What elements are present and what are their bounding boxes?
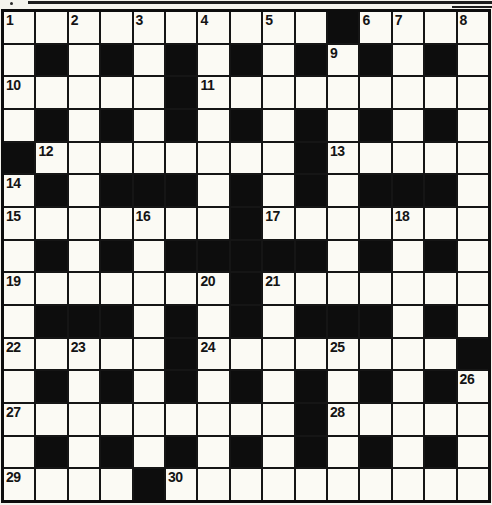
black-cell-r7c1 (36, 241, 66, 272)
black-cell-r7c11 (360, 241, 390, 272)
scan-artifact (10, 2, 13, 5)
cell-r14c0[interactable]: 29 (4, 469, 34, 500)
cell-r13c2[interactable] (69, 437, 99, 468)
cell-r11c2[interactable] (69, 371, 99, 402)
cell-r10c13[interactable] (425, 339, 455, 370)
cell-r6c14[interactable] (458, 208, 488, 239)
black-cell-r9c2 (69, 306, 99, 337)
cell-r1c4[interactable] (134, 45, 164, 76)
cell-r0c11[interactable]: 6 (360, 12, 390, 43)
cell-r2c7[interactable] (231, 77, 261, 108)
black-cell-r3c13 (425, 110, 455, 141)
black-cell-r13c11 (360, 437, 390, 468)
cell-r2c13[interactable] (425, 77, 455, 108)
cell-r7c2[interactable] (69, 241, 99, 272)
cell-r2c4[interactable] (134, 77, 164, 108)
cell-r12c11[interactable] (360, 404, 390, 435)
cell-r10c7[interactable] (231, 339, 261, 370)
clue-number-30: 30 (168, 469, 183, 485)
cell-r8c2[interactable] (69, 273, 99, 304)
cell-r7c0[interactable] (4, 241, 34, 272)
black-cell-r7c5 (166, 241, 196, 272)
black-cell-r11c5 (166, 371, 196, 402)
cell-r2c14[interactable] (458, 77, 488, 108)
cell-r1c10[interactable]: 9 (328, 45, 358, 76)
cell-r1c8[interactable] (263, 45, 293, 76)
cell-r12c8[interactable] (263, 404, 293, 435)
black-cell-r1c3 (101, 45, 131, 76)
black-cell-r7c6 (198, 241, 228, 272)
cell-r0c1[interactable] (36, 12, 66, 43)
cell-r4c4[interactable] (134, 143, 164, 174)
scan-rule-line-fragment (452, 6, 492, 8)
clue-number-13: 13 (330, 143, 345, 159)
black-cell-r13c3 (101, 437, 131, 468)
black-cell-r14c4 (134, 469, 164, 500)
black-cell-r13c9 (296, 437, 326, 468)
cell-r12c3[interactable] (101, 404, 131, 435)
cell-r8c0[interactable]: 19 (4, 273, 34, 304)
cell-r4c7[interactable] (231, 143, 261, 174)
cell-r3c4[interactable] (134, 110, 164, 141)
cell-r10c4[interactable] (134, 339, 164, 370)
cell-r2c12[interactable] (393, 77, 423, 108)
black-cell-r12c9 (296, 404, 326, 435)
clue-number-11: 11 (200, 77, 214, 93)
cell-r12c7[interactable] (231, 404, 261, 435)
clue-number-20: 20 (200, 273, 215, 289)
cell-r14c6[interactable] (198, 469, 228, 500)
cell-r12c2[interactable] (69, 404, 99, 435)
black-cell-r13c7 (231, 437, 261, 468)
cell-r5c2[interactable] (69, 175, 99, 206)
cell-r4c10[interactable]: 13 (328, 143, 358, 174)
cell-r6c1[interactable] (36, 208, 66, 239)
cell-r4c11[interactable] (360, 143, 390, 174)
cell-r8c14[interactable] (458, 273, 488, 304)
cell-r6c8[interactable]: 17 (263, 208, 293, 239)
black-cell-r1c11 (360, 45, 390, 76)
cell-r0c12[interactable]: 7 (393, 12, 423, 43)
cell-r6c12[interactable]: 18 (393, 208, 423, 239)
cell-r13c10[interactable] (328, 437, 358, 468)
cell-r3c6[interactable] (198, 110, 228, 141)
cell-r9c6[interactable] (198, 306, 228, 337)
black-cell-r3c11 (360, 110, 390, 141)
cell-r8c13[interactable] (425, 273, 455, 304)
cell-r3c0[interactable] (4, 110, 34, 141)
clue-number-24: 24 (200, 339, 215, 355)
cell-r10c12[interactable] (393, 339, 423, 370)
scan-rule-line-top (28, 1, 492, 4)
cell-r12c14[interactable] (458, 404, 488, 435)
cell-r3c12[interactable] (393, 110, 423, 141)
black-cell-r3c5 (166, 110, 196, 141)
clue-number-8: 8 (460, 12, 467, 28)
black-cell-r9c11 (360, 306, 390, 337)
black-cell-r11c13 (425, 371, 455, 402)
black-cell-r13c5 (166, 437, 196, 468)
cell-r8c4[interactable] (134, 273, 164, 304)
clue-number-4: 4 (200, 12, 207, 28)
clue-number-1: 1 (6, 12, 13, 28)
cell-r13c12[interactable] (393, 437, 423, 468)
cell-r14c9[interactable] (296, 469, 326, 500)
cell-r3c8[interactable] (263, 110, 293, 141)
cell-r12c4[interactable] (134, 404, 164, 435)
cell-r5c6[interactable] (198, 175, 228, 206)
black-cell-r2c5 (166, 77, 196, 108)
clue-number-17: 17 (265, 208, 280, 224)
black-cell-r11c1 (36, 371, 66, 402)
black-cell-r7c7 (231, 241, 261, 272)
cell-r14c8[interactable] (263, 469, 293, 500)
cell-r12c13[interactable] (425, 404, 455, 435)
cell-r8c8[interactable]: 21 (263, 273, 293, 304)
black-cell-r5c4 (134, 175, 164, 206)
clue-number-5: 5 (265, 12, 272, 28)
black-cell-r9c13 (425, 306, 455, 337)
cell-r5c10[interactable] (328, 175, 358, 206)
cell-r14c13[interactable] (425, 469, 455, 500)
black-cell-r7c3 (101, 241, 131, 272)
cell-r6c11[interactable] (360, 208, 390, 239)
black-cell-r9c7 (231, 306, 261, 337)
cell-r11c10[interactable] (328, 371, 358, 402)
cell-r12c6[interactable] (198, 404, 228, 435)
cell-r10c0[interactable]: 22 (4, 339, 34, 370)
clue-number-27: 27 (6, 404, 21, 420)
black-cell-r9c1 (36, 306, 66, 337)
cell-r5c14[interactable] (458, 175, 488, 206)
clue-number-15: 15 (6, 208, 21, 224)
cell-r13c0[interactable] (4, 437, 34, 468)
clue-number-14: 14 (6, 175, 21, 191)
cell-r4c6[interactable] (198, 143, 228, 174)
cell-r4c2[interactable] (69, 143, 99, 174)
clue-number-12: 12 (38, 143, 53, 159)
cell-r14c14[interactable] (458, 469, 488, 500)
clue-number-18: 18 (395, 208, 410, 224)
cell-r0c14[interactable]: 8 (458, 12, 488, 43)
clue-number-2: 2 (71, 12, 78, 28)
black-cell-r5c9 (296, 175, 326, 206)
cell-r8c9[interactable] (296, 273, 326, 304)
cell-r14c2[interactable] (69, 469, 99, 500)
black-cell-r11c7 (231, 371, 261, 402)
black-cell-r5c5 (166, 175, 196, 206)
cell-r11c6[interactable] (198, 371, 228, 402)
clue-number-22: 22 (6, 339, 21, 355)
black-cell-r0c10 (328, 12, 358, 43)
cell-r10c1[interactable] (36, 339, 66, 370)
cell-r0c7[interactable] (231, 12, 261, 43)
black-cell-r3c1 (36, 110, 66, 141)
cell-r7c12[interactable] (393, 241, 423, 272)
black-cell-r9c10 (328, 306, 358, 337)
black-cell-r5c11 (360, 175, 390, 206)
cell-r10c10[interactable]: 25 (328, 339, 358, 370)
cell-r14c3[interactable] (101, 469, 131, 500)
cell-r4c13[interactable] (425, 143, 455, 174)
cell-r6c13[interactable] (425, 208, 455, 239)
black-cell-r13c13 (425, 437, 455, 468)
black-cell-r10c5 (166, 339, 196, 370)
cell-r14c7[interactable] (231, 469, 261, 500)
crossword-board: 1234567891011121314151617181920212223242… (1, 9, 491, 503)
clue-number-10: 10 (6, 77, 21, 93)
cell-r13c4[interactable] (134, 437, 164, 468)
cell-r12c12[interactable] (393, 404, 423, 435)
cell-r8c3[interactable] (101, 273, 131, 304)
cell-r0c9[interactable] (296, 12, 326, 43)
cell-r11c14[interactable]: 26 (458, 371, 488, 402)
cell-r6c10[interactable] (328, 208, 358, 239)
black-cell-r13c1 (36, 437, 66, 468)
cell-r2c0[interactable]: 10 (4, 77, 34, 108)
black-cell-r3c9 (296, 110, 326, 141)
cell-r5c0[interactable]: 14 (4, 175, 34, 206)
black-cell-r5c13 (425, 175, 455, 206)
clue-number-7: 7 (395, 12, 402, 28)
clue-number-28: 28 (330, 404, 345, 420)
cell-r6c2[interactable] (69, 208, 99, 239)
black-cell-r1c7 (231, 45, 261, 76)
cell-r9c4[interactable] (134, 306, 164, 337)
cell-r14c1[interactable] (36, 469, 66, 500)
clue-number-9: 9 (330, 45, 337, 61)
cell-r9c8[interactable] (263, 306, 293, 337)
cell-r6c9[interactable] (296, 208, 326, 239)
black-cell-r11c11 (360, 371, 390, 402)
cell-r3c10[interactable] (328, 110, 358, 141)
clue-number-26: 26 (460, 371, 475, 387)
black-cell-r5c12 (393, 175, 423, 206)
cell-r1c2[interactable] (69, 45, 99, 76)
cell-r1c6[interactable] (198, 45, 228, 76)
black-cell-r11c9 (296, 371, 326, 402)
cell-r10c8[interactable] (263, 339, 293, 370)
cell-r0c6[interactable]: 4 (198, 12, 228, 43)
cell-r6c3[interactable] (101, 208, 131, 239)
black-cell-r5c1 (36, 175, 66, 206)
cell-r2c2[interactable] (69, 77, 99, 108)
cell-r0c0[interactable]: 1 (4, 12, 34, 43)
cell-r0c3[interactable] (101, 12, 131, 43)
clue-number-21: 21 (265, 273, 280, 289)
black-cell-r1c5 (166, 45, 196, 76)
cell-r0c4[interactable]: 3 (134, 12, 164, 43)
cell-r7c10[interactable] (328, 241, 358, 272)
cell-r11c4[interactable] (134, 371, 164, 402)
cell-r0c8[interactable]: 5 (263, 12, 293, 43)
cell-r11c8[interactable] (263, 371, 293, 402)
black-cell-r10c14 (458, 339, 488, 370)
clue-number-25: 25 (330, 339, 345, 355)
cell-r13c14[interactable] (458, 437, 488, 468)
cell-r4c1[interactable]: 12 (36, 143, 66, 174)
cell-r4c12[interactable] (393, 143, 423, 174)
cell-r8c5[interactable] (166, 273, 196, 304)
cell-r4c8[interactable] (263, 143, 293, 174)
black-cell-r7c9 (296, 241, 326, 272)
black-cell-r1c13 (425, 45, 455, 76)
cell-r8c12[interactable] (393, 273, 423, 304)
cell-r6c0[interactable]: 15 (4, 208, 34, 239)
black-cell-r7c13 (425, 241, 455, 272)
cell-r2c6[interactable]: 11 (198, 77, 228, 108)
black-cell-r1c9 (296, 45, 326, 76)
clue-number-23: 23 (71, 339, 86, 355)
cell-r3c2[interactable] (69, 110, 99, 141)
black-cell-r1c1 (36, 45, 66, 76)
cell-r10c11[interactable] (360, 339, 390, 370)
cell-r8c11[interactable] (360, 273, 390, 304)
cell-r12c1[interactable] (36, 404, 66, 435)
clue-number-19: 19 (6, 273, 21, 289)
cell-r6c5[interactable] (166, 208, 196, 239)
cell-r4c5[interactable] (166, 143, 196, 174)
black-cell-r3c3 (101, 110, 131, 141)
black-cell-r3c7 (231, 110, 261, 141)
cell-r2c10[interactable] (328, 77, 358, 108)
clue-number-3: 3 (136, 12, 143, 28)
cell-r10c6[interactable]: 24 (198, 339, 228, 370)
cell-r14c10[interactable] (328, 469, 358, 500)
cell-r7c14[interactable] (458, 241, 488, 272)
cell-r0c2[interactable]: 2 (69, 12, 99, 43)
cell-r8c10[interactable] (328, 273, 358, 304)
black-cell-r9c9 (296, 306, 326, 337)
cell-r12c0[interactable]: 27 (4, 404, 34, 435)
cell-r14c12[interactable] (393, 469, 423, 500)
cell-r4c14[interactable] (458, 143, 488, 174)
cell-r8c6[interactable]: 20 (198, 273, 228, 304)
cell-r3c14[interactable] (458, 110, 488, 141)
cell-r10c2[interactable]: 23 (69, 339, 99, 370)
cell-r13c8[interactable] (263, 437, 293, 468)
cell-r6c4[interactable]: 16 (134, 208, 164, 239)
cell-r8c1[interactable] (36, 273, 66, 304)
cell-r13c6[interactable] (198, 437, 228, 468)
cell-r11c0[interactable] (4, 371, 34, 402)
black-cell-r6c7 (231, 208, 261, 239)
cell-r10c3[interactable] (101, 339, 131, 370)
black-cell-r9c5 (166, 306, 196, 337)
black-cell-r9c3 (101, 306, 131, 337)
cell-r2c11[interactable] (360, 77, 390, 108)
cell-r1c0[interactable] (4, 45, 34, 76)
cell-r4c3[interactable] (101, 143, 131, 174)
cell-r9c12[interactable] (393, 306, 423, 337)
cell-r9c0[interactable] (4, 306, 34, 337)
cell-r14c5[interactable]: 30 (166, 469, 196, 500)
cell-r6c6[interactable] (198, 208, 228, 239)
cell-r12c5[interactable] (166, 404, 196, 435)
cell-r1c12[interactable] (393, 45, 423, 76)
clue-number-29: 29 (6, 469, 21, 485)
cell-r0c5[interactable] (166, 12, 196, 43)
clue-number-16: 16 (136, 208, 151, 224)
black-cell-r4c0 (4, 143, 34, 174)
cell-r14c11[interactable] (360, 469, 390, 500)
cell-r7c4[interactable] (134, 241, 164, 272)
clue-number-6: 6 (362, 12, 369, 28)
black-cell-r5c3 (101, 175, 131, 206)
black-cell-r7c8 (263, 241, 293, 272)
black-cell-r8c7 (231, 273, 261, 304)
cell-r12c10[interactable]: 28 (328, 404, 358, 435)
cell-r2c1[interactable] (36, 77, 66, 108)
cell-r2c9[interactable] (296, 77, 326, 108)
cell-r9c14[interactable] (458, 306, 488, 337)
cell-r2c3[interactable] (101, 77, 131, 108)
black-cell-r11c3 (101, 371, 131, 402)
cell-r5c8[interactable] (263, 175, 293, 206)
black-cell-r4c9 (296, 143, 326, 174)
cell-r0c13[interactable] (425, 12, 455, 43)
cell-r2c8[interactable] (263, 77, 293, 108)
cell-r11c12[interactable] (393, 371, 423, 402)
black-cell-r5c7 (231, 175, 261, 206)
cell-r10c9[interactable] (296, 339, 326, 370)
cell-r1c14[interactable] (458, 45, 488, 76)
